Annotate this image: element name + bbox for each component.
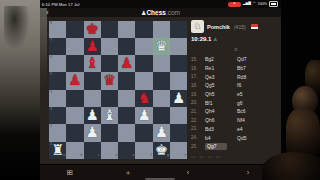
black-move[interactable]: Qd7 [237,56,269,62]
square-e1[interactable]: e [118,142,135,159]
movelist-tool-icon[interactable]: ▭ [216,154,220,159]
rank-label: 4 [50,91,52,95]
move-row-25: 25.Qg7 [191,142,281,151]
move-number: 21. [191,109,205,114]
move-list: 15.Bg2Qd716.Re1Bb717.Qe3Rd818.Qg5f619.Qh… [191,55,281,151]
signal-icon: ▂▅▇ [243,2,251,5]
square-b8[interactable] [66,21,83,38]
square-h4[interactable]: ♟ [170,90,187,107]
square-a1[interactable]: 1a♜ [49,142,66,159]
avatar-knight-icon: ♘ [193,22,201,31]
white-rook-a1[interactable]: ♜ [49,142,66,159]
white-king-g1[interactable]: ♚ [153,142,170,159]
square-g2[interactable]: ♟ [153,124,170,141]
move-row-19: 19.Qh5e5 [191,90,281,99]
move-row-17: 17.Qe3Rd8 [191,72,281,81]
move-row-16: 16.Re1Bb7 [191,64,281,73]
square-b7[interactable] [66,38,83,55]
square-g3[interactable] [153,107,170,124]
square-c2[interactable]: ♟ [84,124,101,141]
white-move[interactable]: Qh6 [205,117,237,123]
square-e7[interactable] [118,38,135,55]
movelist-tool-icon[interactable]: ▭ [208,154,212,159]
black-move[interactable]: g6 [237,100,269,106]
white-pawn-h4[interactable]: ♟ [170,90,187,107]
white-move[interactable]: Bg2 [205,56,237,62]
captured-pieces: ♙ [213,37,217,42]
black-move[interactable]: Bc6 [237,108,269,114]
new-game-button[interactable]: ＋ [122,168,134,177]
square-h3[interactable] [170,107,187,124]
white-pawn-c3[interactable]: ♟ [84,107,101,124]
black-bishop-c6[interactable]: ♝ [84,55,101,72]
logo-text: Chess [146,9,166,16]
opponent-clock: 10:29.1 [191,36,211,42]
square-h6[interactable] [170,55,187,72]
movelist-toolbar: ▭▭▭▭ [191,154,220,159]
move-number: 24. [191,135,205,140]
white-move[interactable]: Qe3 [205,74,237,80]
file-label: d [115,154,117,158]
background-photo-left [0,0,40,180]
white-pawn-c2[interactable]: ♟ [84,124,101,141]
chess-app-window: 6:10 PM Mon 17 Jul ● ▂▅▇ ◠ 100% ‹ ♟Chess… [40,0,281,180]
square-h1[interactable]: h [170,142,187,159]
square-f3[interactable]: ♟ [135,107,152,124]
black-pawn-e6[interactable]: ♟ [118,55,135,72]
move-number: 15. [191,57,205,62]
square-e6[interactable]: ♟ [118,55,135,72]
opponent-row[interactable]: ♘ Pomchik (415) [191,20,258,33]
square-h7[interactable] [170,38,187,55]
black-knight-f4[interactable]: ♞ [135,90,152,107]
square-c8[interactable]: ♚ [84,21,101,38]
white-move[interactable]: Qh4 [205,108,237,114]
movelist-tool-icon[interactable]: ▭ [191,154,195,159]
square-a4[interactable]: 4 [49,90,66,107]
square-f5[interactable] [135,72,152,89]
active-move[interactable]: Qg7 [205,143,227,150]
rank-label: 8 [50,22,52,26]
white-move[interactable]: b4 [205,135,237,141]
movelist-tool-icon[interactable]: ▭ [199,154,203,159]
square-f6[interactable] [135,55,152,72]
square-a3[interactable]: 3 [49,107,66,124]
square-d4[interactable] [101,90,118,107]
move-row-24: 24.b4Qd5 [191,133,281,142]
square-c1[interactable]: c [84,142,101,159]
square-g4[interactable] [153,90,170,107]
square-f2[interactable] [135,124,152,141]
white-move[interactable]: Bd3 [205,126,237,132]
square-d2[interactable] [101,124,118,141]
white-queen-g7[interactable]: ♛ [153,38,170,55]
video-frame: 6:10 PM Mon 17 Jul ● ▂▅▇ ◠ 100% ‹ ♟Chess… [0,0,320,180]
square-g5[interactable] [153,72,170,89]
square-g1[interactable]: g♚ [153,142,170,159]
square-f7[interactable] [135,38,152,55]
move-row-21: 21.Qh4Bc6 [191,107,281,116]
opponent-avatar[interactable]: ♘ [191,20,204,33]
square-a6[interactable]: 6 [49,55,66,72]
home-indicator[interactable] [145,178,175,180]
black-king-c8[interactable]: ♚ [84,21,101,38]
square-h2[interactable] [170,124,187,141]
recording-dot-icon: ● [234,2,236,5]
opponent-flag-icon [251,24,258,29]
opponent-clock-row: 10:29.1 ♙ [191,36,217,42]
rank-label: 2 [50,125,52,129]
square-e4[interactable] [118,90,135,107]
square-d8[interactable] [101,21,118,38]
move-number: 20. [191,100,205,105]
status-bar: 6:10 PM Mon 17 Jul ● ▂▅▇ ◠ 100% [40,0,281,8]
square-d3[interactable]: ♝ [101,107,118,124]
square-a2[interactable]: 2 [49,124,66,141]
square-b6[interactable] [66,55,83,72]
black-move[interactable]: e4 [237,126,269,132]
rank-label: 6 [50,56,52,60]
bottom-nav-bar: ⊞ ＋ ‹ › [40,164,281,180]
move-number: 23. [191,126,205,131]
square-b2[interactable] [66,124,83,141]
battery-percent: 100% [258,2,267,6]
opponent-name: Pomchik [207,24,230,30]
square-f8[interactable] [135,21,152,38]
square-h8[interactable] [170,21,187,38]
black-move[interactable]: Nf4 [237,117,269,123]
black-pawn-c7[interactable]: ♟ [84,38,101,55]
square-d1[interactable]: d [101,142,118,159]
battery-icon [269,1,278,7]
square-c7[interactable]: ♟ [84,38,101,55]
prev-move-button[interactable]: ‹ [182,168,194,177]
square-b1[interactable]: b [66,142,83,159]
status-time: 6:10 PM Mon 17 Jul [42,2,79,7]
file-label: h [184,154,186,158]
screen-recording-indicator[interactable]: ● [228,2,241,7]
file-label: c [98,154,100,158]
move-row-15: 15.Bg2Qd7 [191,55,281,64]
black-move[interactable]: Rd8 [237,74,269,80]
white-move[interactable]: Bf1 [205,100,237,106]
move-row-20: 20.Bf1g6 [191,98,281,107]
move-number: 25. [191,144,205,149]
move-number: 16. [191,66,205,71]
black-queen-d5[interactable]: ♛ [101,72,118,89]
square-g6[interactable] [153,55,170,72]
black-move[interactable]: e5 [237,91,269,97]
game-content: 8♚7♟♛6♝♟5♟♛4♞♟3♟♝♟2♟♟1a♜bcdefg♚h ♘ Pomch… [40,17,281,164]
square-c3[interactable]: ♟ [84,107,101,124]
move-panel: ♘ Pomchik (415) 10:29.1 ♙ ≡ 15.Bg2Qd716.… [191,18,281,164]
white-move[interactable]: Re1 [205,65,237,71]
square-d7[interactable] [101,38,118,55]
square-e5[interactable] [118,72,135,89]
square-a5[interactable]: 5 [49,72,66,89]
square-d5[interactable]: ♛ [101,72,118,89]
square-e8[interactable] [118,21,135,38]
square-g7[interactable]: ♛ [153,38,170,55]
move-number: 19. [191,92,205,97]
square-b3[interactable] [66,107,83,124]
square-b5[interactable]: ♟ [66,72,83,89]
background-photo-edge [40,8,47,92]
white-bishop-d3[interactable]: ♝ [101,107,118,124]
move-row-22: 22.Qh6Nf4 [191,116,281,125]
file-label: f [151,154,152,158]
movelist-header-icon[interactable]: ≡ [191,46,281,52]
chess-board: 8♚7♟♛6♝♟5♟♛4♞♟3♟♝♟2♟♟1a♜bcdefg♚h [49,21,187,159]
square-c6[interactable]: ♝ [84,55,101,72]
square-c4[interactable] [84,90,101,107]
chess-piece-photo [262,152,320,180]
square-f1[interactable]: f [135,142,152,159]
square-h5[interactable] [170,72,187,89]
app-top-bar: ‹ ♟Chess.com [40,8,281,17]
file-label: e [132,154,134,158]
square-g8[interactable] [153,21,170,38]
move-number: 17. [191,74,205,79]
white-pawn-g2[interactable]: ♟ [153,124,170,141]
wifi-icon: ◠ [253,2,256,5]
black-move[interactable]: Qd5 [237,135,269,141]
square-f4[interactable]: ♞ [135,90,152,107]
rank-label: 3 [50,108,52,112]
square-e2[interactable] [118,124,135,141]
square-a7[interactable]: 7 [49,38,66,55]
move-number: 22. [191,118,205,123]
black-move[interactable]: Bb7 [237,65,269,71]
square-d6[interactable] [101,55,118,72]
menu-button[interactable]: ⊞ [64,168,76,177]
black-pawn-b5[interactable]: ♟ [66,72,83,89]
move-number: 18. [191,83,205,88]
white-move[interactable]: Qg7 [205,143,237,150]
square-a8[interactable]: 8 [49,21,66,38]
logo-suffix: .com [166,9,180,16]
file-label: b [81,154,83,158]
next-move-button[interactable]: › [242,168,254,177]
white-move[interactable]: Qg5 [205,82,237,88]
move-row-18: 18.Qg5f6 [191,81,281,90]
white-move[interactable]: Qh5 [205,91,237,97]
rank-label: 5 [50,73,52,77]
square-c5[interactable] [84,72,101,89]
opponent-rating: (415) [234,24,246,30]
white-pawn-f3[interactable]: ♟ [135,107,152,124]
rank-label: 7 [50,39,52,43]
square-b4[interactable] [66,90,83,107]
black-move[interactable]: f6 [237,82,269,88]
move-row-23: 23.Bd3e4 [191,125,281,134]
square-e3[interactable] [118,107,135,124]
